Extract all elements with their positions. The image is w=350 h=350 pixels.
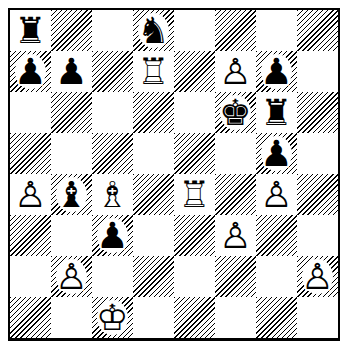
black-rook-g6[interactable]: ♜ [256, 92, 297, 133]
square-h5[interactable] [297, 133, 338, 174]
square-f7[interactable]: ♙ [215, 51, 256, 92]
square-c7[interactable] [92, 51, 133, 92]
black-pawn-g5[interactable]: ♟ [256, 133, 297, 174]
square-c1[interactable]: ♔ [92, 297, 133, 338]
square-b4[interactable]: ♝ [51, 174, 92, 215]
white-pawn-h2[interactable]: ♙ [297, 256, 338, 297]
black-pawn-a7[interactable]: ♟ [10, 51, 51, 92]
square-c3[interactable]: ♟ [92, 215, 133, 256]
square-f3[interactable]: ♙ [215, 215, 256, 256]
square-f6[interactable]: ♚ [215, 92, 256, 133]
black-knight-d8[interactable]: ♞ [133, 10, 174, 51]
white-rook-e4[interactable]: ♖ [174, 174, 215, 215]
square-b6[interactable] [51, 92, 92, 133]
square-e2[interactable] [174, 256, 215, 297]
square-a8[interactable]: ♜ [10, 10, 51, 51]
square-h2[interactable]: ♙ [297, 256, 338, 297]
white-pawn-f7[interactable]: ♙ [215, 51, 256, 92]
square-b1[interactable] [51, 297, 92, 338]
square-e4[interactable]: ♖ [174, 174, 215, 215]
black-pawn-b7[interactable]: ♟ [51, 51, 92, 92]
square-d3[interactable] [133, 215, 174, 256]
square-e1[interactable] [174, 297, 215, 338]
square-a1[interactable] [10, 297, 51, 338]
square-f8[interactable] [215, 10, 256, 51]
square-h1[interactable] [297, 297, 338, 338]
chess-board-grid: ♜♞♟♟♖♙♟♚♜♟♙♝♗♖♙♟♙♙♙♔ [10, 10, 338, 338]
square-f1[interactable] [215, 297, 256, 338]
square-c4[interactable]: ♗ [92, 174, 133, 215]
square-a4[interactable]: ♙ [10, 174, 51, 215]
square-b5[interactable] [51, 133, 92, 174]
square-d5[interactable] [133, 133, 174, 174]
square-d4[interactable] [133, 174, 174, 215]
square-a2[interactable] [10, 256, 51, 297]
square-b2[interactable]: ♙ [51, 256, 92, 297]
square-g2[interactable] [256, 256, 297, 297]
square-e7[interactable] [174, 51, 215, 92]
square-e5[interactable] [174, 133, 215, 174]
white-pawn-b2[interactable]: ♙ [51, 256, 92, 297]
square-d8[interactable]: ♞ [133, 10, 174, 51]
square-b8[interactable] [51, 10, 92, 51]
square-h7[interactable] [297, 51, 338, 92]
white-pawn-a4[interactable]: ♙ [10, 174, 51, 215]
square-b3[interactable] [51, 215, 92, 256]
square-e3[interactable] [174, 215, 215, 256]
black-rook-a8[interactable]: ♜ [10, 10, 51, 51]
square-d7[interactable]: ♖ [133, 51, 174, 92]
square-a7[interactable]: ♟ [10, 51, 51, 92]
white-pawn-f3[interactable]: ♙ [215, 215, 256, 256]
square-h4[interactable] [297, 174, 338, 215]
white-pawn-g4[interactable]: ♙ [256, 174, 297, 215]
square-b7[interactable]: ♟ [51, 51, 92, 92]
square-c8[interactable] [92, 10, 133, 51]
square-g7[interactable]: ♟ [256, 51, 297, 92]
square-f2[interactable] [215, 256, 256, 297]
square-h6[interactable] [297, 92, 338, 133]
square-a5[interactable] [10, 133, 51, 174]
square-c6[interactable] [92, 92, 133, 133]
square-h3[interactable] [297, 215, 338, 256]
square-g6[interactable]: ♜ [256, 92, 297, 133]
black-king-f6[interactable]: ♚ [215, 92, 256, 133]
square-f5[interactable] [215, 133, 256, 174]
square-g4[interactable]: ♙ [256, 174, 297, 215]
square-f4[interactable] [215, 174, 256, 215]
square-d6[interactable] [133, 92, 174, 133]
square-d2[interactable] [133, 256, 174, 297]
white-rook-d7[interactable]: ♖ [133, 51, 174, 92]
black-pawn-g7[interactable]: ♟ [256, 51, 297, 92]
square-e8[interactable] [174, 10, 215, 51]
square-a6[interactable] [10, 92, 51, 133]
square-g3[interactable] [256, 215, 297, 256]
white-bishop-c4[interactable]: ♗ [92, 174, 133, 215]
chess-board: ♜♞♟♟♖♙♟♚♜♟♙♝♗♖♙♟♙♙♙♔ [8, 8, 340, 341]
black-pawn-c3[interactable]: ♟ [92, 215, 133, 256]
white-king-c1[interactable]: ♔ [92, 297, 133, 338]
square-a3[interactable] [10, 215, 51, 256]
square-h8[interactable] [297, 10, 338, 51]
black-bishop-b4[interactable]: ♝ [51, 174, 92, 215]
square-g8[interactable] [256, 10, 297, 51]
square-c5[interactable] [92, 133, 133, 174]
square-c2[interactable] [92, 256, 133, 297]
square-g5[interactable]: ♟ [256, 133, 297, 174]
square-e6[interactable] [174, 92, 215, 133]
square-d1[interactable] [133, 297, 174, 338]
square-g1[interactable] [256, 297, 297, 338]
